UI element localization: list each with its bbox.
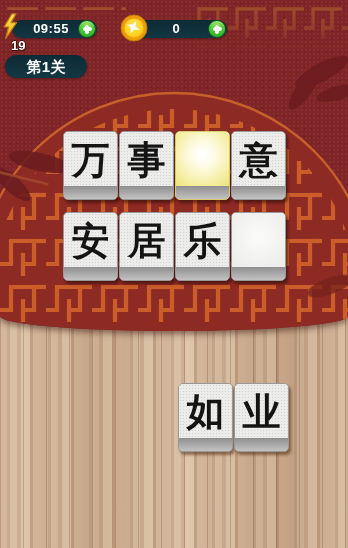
tile-char: 业 [235,384,288,438]
tile-lip [64,267,117,280]
tile-lip [120,186,173,199]
tile-char: 意 [232,132,285,186]
puzzle-board: 万事意安居乐如业 [0,0,348,548]
tile-lip [179,438,232,451]
tile-char: 如 [179,384,232,438]
tile-char: 居 [120,213,173,267]
grid-tile-r0c0: 万 [63,131,118,200]
tile-char [176,132,229,186]
grid-tile-r1c1: 居 [119,212,174,281]
grid-tile-r0c3: 意 [231,131,286,200]
tray-tile-0[interactable]: 如 [178,383,233,452]
grid-tile-r1c2: 乐 [175,212,230,281]
tile-lip [176,267,229,280]
grid-tile-r1c0: 安 [63,212,118,281]
grid-slot-empty-r0c2[interactable] [175,131,230,200]
tile-lip [64,186,117,199]
tray-tile-1[interactable]: 业 [234,383,289,452]
tile-lip [235,438,288,451]
game-screen: 09:55 19 0 [0,0,348,548]
tile-lip [232,186,285,199]
grid-slot-empty-r1c3[interactable] [231,212,286,281]
tile-char: 乐 [176,213,229,267]
tile-char: 安 [64,213,117,267]
tile-lip [120,267,173,280]
tile-lip [176,186,229,199]
grid-tile-r0c1: 事 [119,131,174,200]
tile-char [232,213,285,267]
tile-char: 事 [120,132,173,186]
tile-lip [232,267,285,280]
tile-char: 万 [64,132,117,186]
